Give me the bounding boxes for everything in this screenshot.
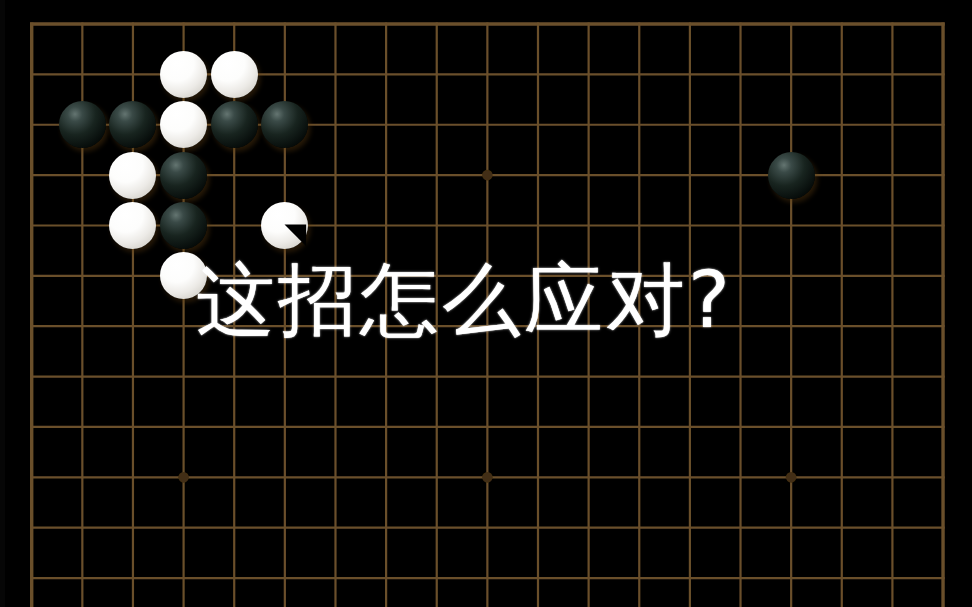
stone-black-c17[interactable]: [109, 101, 156, 148]
last-move-marker-icon: [261, 202, 308, 249]
stone-white-e18[interactable]: [211, 51, 258, 98]
stone-white-d18[interactable]: [160, 51, 207, 98]
stone-black-d16[interactable]: [160, 152, 207, 199]
stone-black-b17[interactable]: [59, 101, 106, 148]
stone-white-f15[interactable]: [261, 202, 308, 249]
stone-white-d17[interactable]: [160, 101, 207, 148]
stone-black-e17[interactable]: [211, 101, 258, 148]
caption-overlay: 这招怎么应对?: [196, 261, 733, 340]
stone-white-c15[interactable]: [109, 202, 156, 249]
stone-black-f17[interactable]: [261, 101, 308, 148]
stone-black-d15[interactable]: [160, 202, 207, 249]
go-app-video-frame: 这招怎么应对?: [0, 0, 972, 607]
stone-black-q16[interactable]: [768, 152, 815, 199]
stone-white-c16[interactable]: [109, 152, 156, 199]
letterbox-bar-left: [0, 0, 5, 607]
